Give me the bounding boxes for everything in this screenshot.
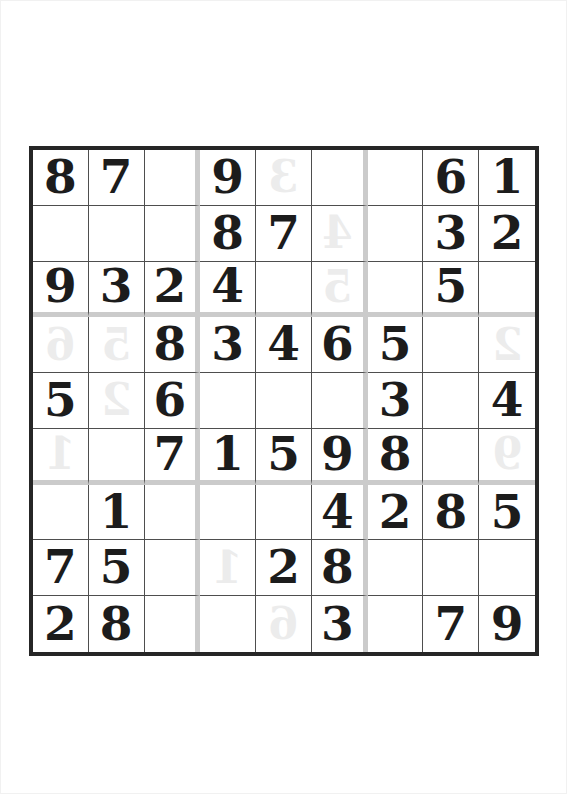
cell-r6c7[interactable]: 8 <box>368 429 424 485</box>
cell-r2c8[interactable]: 3 <box>423 206 479 262</box>
given-digit: 7 <box>154 430 187 477</box>
cell-r6c2[interactable] <box>89 429 145 485</box>
showthrough-ghost-digit: 5 <box>322 265 353 309</box>
given-digit: 5 <box>379 320 412 367</box>
given-digit: 3 <box>100 262 133 309</box>
cell-r9c6[interactable]: 3 <box>312 596 368 652</box>
showthrough-ghost-digit: 6 <box>45 323 76 367</box>
cell-r5c6[interactable] <box>312 373 368 429</box>
given-digit: 2 <box>267 543 300 590</box>
given-digit: 2 <box>379 488 412 535</box>
cell-r3c8[interactable]: 5 <box>423 262 479 318</box>
given-digit: 9 <box>491 600 524 647</box>
cell-r3c1[interactable]: 9 <box>33 262 89 318</box>
given-digit: 9 <box>321 430 354 477</box>
given-digit: 8 <box>321 543 354 590</box>
cell-r1c5[interactable]: 3 <box>256 150 312 206</box>
cell-r3c4[interactable]: 4 <box>200 262 256 318</box>
given-digit: 4 <box>267 320 300 367</box>
given-digit: 1 <box>100 488 133 535</box>
given-digit: 8 <box>44 153 77 200</box>
cell-r9c2[interactable]: 8 <box>89 596 145 652</box>
cell-r2c4[interactable]: 8 <box>200 206 256 262</box>
cell-r3c7[interactable] <box>368 262 424 318</box>
cell-r5c9[interactable]: 4 <box>479 373 535 429</box>
given-digit: 8 <box>434 488 467 535</box>
showthrough-ghost-digit: 2 <box>101 378 132 422</box>
given-digit: 3 <box>379 376 412 423</box>
given-digit: 8 <box>211 209 244 256</box>
cell-r6c6[interactable]: 9 <box>312 429 368 485</box>
cell-r2c7[interactable] <box>368 206 424 262</box>
given-digit: 3 <box>211 320 244 367</box>
showthrough-ghost-digit: 1 <box>45 432 76 476</box>
cell-r9c3[interactable] <box>145 596 201 652</box>
given-digit: 6 <box>154 376 187 423</box>
cell-r1c6[interactable] <box>312 150 368 206</box>
showthrough-ghost-digit: 3 <box>268 155 299 199</box>
cell-r3c3[interactable]: 2 <box>145 262 201 318</box>
given-digit: 7 <box>267 209 300 256</box>
cell-r4c3[interactable]: 8 <box>145 317 201 373</box>
cell-r1c3[interactable] <box>145 150 201 206</box>
cell-r2c5[interactable]: 7 <box>256 206 312 262</box>
cell-r6c3[interactable]: 7 <box>145 429 201 485</box>
cell-r4c8[interactable] <box>423 317 479 373</box>
given-digit: 3 <box>434 209 467 256</box>
cell-r7c3[interactable] <box>145 485 201 541</box>
cell-r4c1[interactable]: 6 <box>33 317 89 373</box>
given-digit: 6 <box>434 153 467 200</box>
cell-r6c8[interactable] <box>423 429 479 485</box>
cell-r7c9[interactable]: 5 <box>479 485 535 541</box>
cell-r9c7[interactable] <box>368 596 424 652</box>
cell-r2c3[interactable] <box>145 206 201 262</box>
cell-r2c2[interactable] <box>89 206 145 262</box>
given-digit: 1 <box>491 153 524 200</box>
cell-r3c9[interactable] <box>479 262 535 318</box>
given-digit: 2 <box>44 600 77 647</box>
sudoku-board: 8793618743293245565834652526341715989142… <box>29 146 539 656</box>
cell-r4c7[interactable]: 5 <box>368 317 424 373</box>
given-digit: 5 <box>44 376 77 423</box>
cell-r9c9[interactable]: 9 <box>479 596 535 652</box>
cell-r1c2[interactable]: 7 <box>89 150 145 206</box>
cell-r9c8[interactable]: 7 <box>423 596 479 652</box>
cell-r9c4[interactable] <box>200 596 256 652</box>
given-digit: 5 <box>267 430 300 477</box>
given-digit: 7 <box>434 600 467 647</box>
cell-r1c7[interactable] <box>368 150 424 206</box>
showthrough-ghost-digit: 5 <box>101 323 132 367</box>
cell-r8c8[interactable] <box>423 540 479 596</box>
cell-r5c8[interactable] <box>423 373 479 429</box>
cell-r3c5[interactable] <box>256 262 312 318</box>
cell-r5c3[interactable]: 6 <box>145 373 201 429</box>
cell-r5c7[interactable]: 3 <box>368 373 424 429</box>
showthrough-ghost-digit: 1 <box>212 546 243 590</box>
given-digit: 5 <box>491 488 524 535</box>
cell-r8c2[interactable]: 5 <box>89 540 145 596</box>
cell-r2c6[interactable]: 4 <box>312 206 368 262</box>
given-digit: 2 <box>491 209 524 256</box>
cell-r4c5[interactable]: 4 <box>256 317 312 373</box>
cell-r4c4[interactable]: 3 <box>200 317 256 373</box>
showthrough-ghost-digit: 9 <box>492 432 523 476</box>
cell-r7c5[interactable] <box>256 485 312 541</box>
given-digit: 7 <box>44 543 77 590</box>
cell-r8c5[interactable]: 2 <box>256 540 312 596</box>
cell-r9c5[interactable]: 6 <box>256 596 312 652</box>
given-digit: 5 <box>100 543 133 590</box>
cell-r6c1[interactable]: 1 <box>33 429 89 485</box>
cell-r1c1[interactable]: 8 <box>33 150 89 206</box>
cell-r8c3[interactable] <box>145 540 201 596</box>
given-digit: 1 <box>211 430 244 477</box>
printed-sudoku-page: 8793618743293245565834652526341715989142… <box>0 0 567 794</box>
cell-r7c2[interactable]: 1 <box>89 485 145 541</box>
given-digit: 8 <box>100 600 133 647</box>
cell-r7c6[interactable]: 4 <box>312 485 368 541</box>
given-digit: 8 <box>379 430 412 477</box>
given-digit: 9 <box>211 153 244 200</box>
showthrough-ghost-digit: 6 <box>268 602 299 646</box>
given-digit: 2 <box>154 262 187 309</box>
given-digit: 5 <box>434 262 467 309</box>
cell-r8c9[interactable] <box>479 540 535 596</box>
cell-r5c5[interactable] <box>256 373 312 429</box>
cell-r6c9[interactable]: 9 <box>479 429 535 485</box>
cell-r5c4[interactable] <box>200 373 256 429</box>
cell-r4c9[interactable]: 2 <box>479 317 535 373</box>
cell-r8c4[interactable]: 1 <box>200 540 256 596</box>
given-digit: 6 <box>321 320 354 367</box>
showthrough-ghost-digit: 2 <box>492 323 523 367</box>
cell-r2c1[interactable] <box>33 206 89 262</box>
given-digit: 4 <box>491 376 524 423</box>
cell-r5c1[interactable]: 5 <box>33 373 89 429</box>
cell-r1c9[interactable]: 1 <box>479 150 535 206</box>
given-digit: 7 <box>100 153 133 200</box>
cell-r7c1[interactable] <box>33 485 89 541</box>
given-digit: 4 <box>321 488 354 535</box>
cell-r1c4[interactable]: 9 <box>200 150 256 206</box>
cell-r5c2[interactable]: 2 <box>89 373 145 429</box>
cell-r8c1[interactable]: 7 <box>33 540 89 596</box>
given-digit: 9 <box>44 262 77 309</box>
cell-r8c6[interactable]: 8 <box>312 540 368 596</box>
given-digit: 8 <box>154 320 187 367</box>
cell-r6c5[interactable]: 5 <box>256 429 312 485</box>
given-digit: 3 <box>321 600 354 647</box>
cell-r4c6[interactable]: 6 <box>312 317 368 373</box>
cell-r1c8[interactable]: 6 <box>423 150 479 206</box>
cell-r8c7[interactable] <box>368 540 424 596</box>
cell-r3c6[interactable]: 5 <box>312 262 368 318</box>
cell-r7c4[interactable] <box>200 485 256 541</box>
given-digit: 4 <box>211 262 244 309</box>
cell-r3c2[interactable]: 3 <box>89 262 145 318</box>
cell-r4c2[interactable]: 5 <box>89 317 145 373</box>
cell-r9c1[interactable]: 2 <box>33 596 89 652</box>
cell-r7c8[interactable]: 8 <box>423 485 479 541</box>
cell-r7c7[interactable]: 2 <box>368 485 424 541</box>
cell-r2c9[interactable]: 2 <box>479 206 535 262</box>
cell-r6c4[interactable]: 1 <box>200 429 256 485</box>
showthrough-ghost-digit: 4 <box>322 211 353 255</box>
